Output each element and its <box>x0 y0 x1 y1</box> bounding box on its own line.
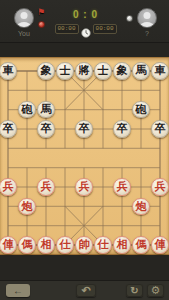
piece-black-n-f3[interactable]: 馬 <box>37 101 55 119</box>
piece-black-b-f3[interactable]: 象 <box>37 62 55 80</box>
piece-black-k-f5[interactable]: 將 <box>75 62 93 80</box>
piece-red-a-f6[interactable]: 仕 <box>94 236 112 254</box>
piece-black-c-f2[interactable]: 砲 <box>18 101 36 119</box>
red-side-stone-icon <box>38 21 45 28</box>
flip-button[interactable]: ↻ <box>126 284 143 297</box>
piece-black-r-f9[interactable]: 車 <box>151 62 169 80</box>
player-right-name: ? <box>145 30 149 37</box>
timers: 00:00 00:00 <box>55 24 117 34</box>
avatar-body-shape <box>140 22 153 28</box>
piece-red-a-f4[interactable]: 仕 <box>56 236 74 254</box>
piece-red-c-f2[interactable]: 炮 <box>18 198 36 216</box>
player-right-avatar[interactable] <box>137 8 157 28</box>
piece-black-p-f9[interactable]: 卒 <box>151 120 169 138</box>
avatar-body-shape <box>18 22 31 28</box>
piece-black-p-f1[interactable]: 卒 <box>0 120 17 138</box>
piece-red-n-f2[interactable]: 傌 <box>18 236 36 254</box>
piece-red-n-f8[interactable]: 傌 <box>132 236 150 254</box>
timer-left: 00:00 <box>55 24 79 34</box>
piece-red-p-f9[interactable]: 兵 <box>151 178 169 196</box>
piece-red-r-f9[interactable]: 俥 <box>151 236 169 254</box>
player-right: ? <box>126 8 157 42</box>
piece-black-p-f5[interactable]: 卒 <box>75 120 93 138</box>
player-left: You ⚑ <box>14 8 45 42</box>
pieces-layer: 車象士將士象馬車砲馬砲卒卒卒卒卒兵兵兵兵兵炮炮俥傌相仕帥仕相傌俥 <box>0 61 169 254</box>
piece-black-p-f7[interactable]: 卒 <box>113 120 131 138</box>
piece-black-b-f7[interactable]: 象 <box>113 62 131 80</box>
undo-icon: ↶ <box>81 285 90 296</box>
turn-flag-icon: ⚑ <box>37 8 45 17</box>
settings-icon: ⚙ <box>151 285 161 296</box>
piece-black-n-f8[interactable]: 馬 <box>132 62 150 80</box>
black-side-stone-icon <box>126 15 133 22</box>
piece-red-p-f7[interactable]: 兵 <box>113 178 131 196</box>
piece-red-r-f1[interactable]: 俥 <box>0 236 17 254</box>
piece-red-k-f5[interactable]: 帥 <box>75 236 93 254</box>
piece-black-a-f4[interactable]: 士 <box>56 62 74 80</box>
piece-black-r-f1[interactable]: 車 <box>0 62 17 80</box>
piece-red-c-f8[interactable]: 炮 <box>132 198 150 216</box>
back-button[interactable]: ← <box>6 284 30 297</box>
piece-red-p-f5[interactable]: 兵 <box>75 178 93 196</box>
settings-button[interactable]: ⚙ <box>147 284 164 297</box>
player-left-name: You <box>18 30 30 37</box>
piece-red-p-f3[interactable]: 兵 <box>37 178 55 196</box>
back-icon: ← <box>13 286 23 296</box>
piece-red-b-f7[interactable]: 相 <box>113 236 131 254</box>
score: 0 : 0 <box>73 10 98 20</box>
clock-icon <box>81 24 91 34</box>
flip-icon: ↻ <box>130 286 138 296</box>
undo-button[interactable]: ↶ <box>76 284 96 297</box>
piece-black-a-f6[interactable]: 士 <box>94 62 112 80</box>
score-panel: 0 : 0 00:00 00:00 <box>55 10 117 42</box>
xiangqi-board[interactable]: 車象士將士象馬車砲馬砲卒卒卒卒卒兵兵兵兵兵炮炮俥傌相仕帥仕相傌俥 <box>0 57 169 255</box>
avatar-head-shape <box>21 12 28 19</box>
piece-red-p-f1[interactable]: 兵 <box>0 178 17 196</box>
app-screen: You ⚑ 0 : 0 00:00 00:00 <box>0 0 169 300</box>
player-left-avatar[interactable] <box>14 8 34 28</box>
avatar-head-shape <box>143 12 150 19</box>
top-bar: You ⚑ 0 : 0 00:00 00:00 <box>0 0 169 42</box>
piece-black-p-f3[interactable]: 卒 <box>37 120 55 138</box>
bottom-bar: ← ↶ ↻ ⚙ <box>0 280 169 300</box>
piece-black-c-f8[interactable]: 砲 <box>132 101 150 119</box>
timer-right: 00:00 <box>93 24 117 34</box>
piece-red-b-f3[interactable]: 相 <box>37 236 55 254</box>
